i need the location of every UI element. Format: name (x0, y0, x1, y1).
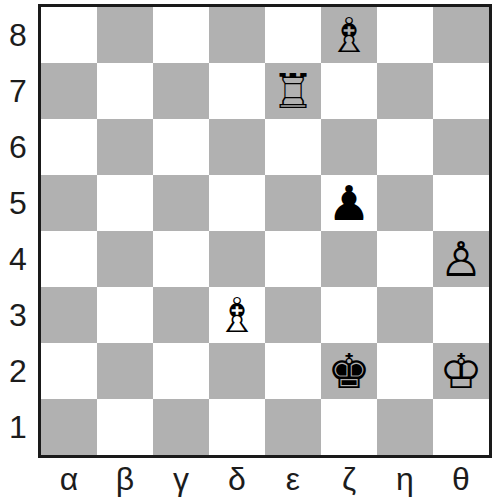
piece-white-pawn: ♙ (439, 231, 482, 287)
square-ζ7[interactable] (321, 63, 377, 119)
square-ε7[interactable]: ♖ (265, 63, 321, 119)
square-ε1[interactable] (265, 399, 321, 455)
square-η4[interactable] (377, 231, 433, 287)
square-β2[interactable] (97, 343, 153, 399)
square-η8[interactable] (377, 7, 433, 63)
square-γ6[interactable] (153, 119, 209, 175)
file-label-η: η (377, 460, 433, 498)
square-δ6[interactable] (209, 119, 265, 175)
square-γ7[interactable] (153, 63, 209, 119)
square-β3[interactable] (97, 287, 153, 343)
square-θ8[interactable] (433, 7, 489, 63)
square-ε6[interactable] (265, 119, 321, 175)
piece-black-pawn: ♟ (327, 175, 370, 231)
square-δ3[interactable]: ♗ (209, 287, 265, 343)
square-η6[interactable] (377, 119, 433, 175)
rank-label-2: 2 (0, 343, 36, 399)
square-δ4[interactable] (209, 231, 265, 287)
square-θ1[interactable] (433, 399, 489, 455)
square-α2[interactable] (41, 343, 97, 399)
square-α6[interactable] (41, 119, 97, 175)
file-label-δ: δ (209, 460, 265, 498)
square-δ7[interactable] (209, 63, 265, 119)
piece-white-bishop: ♗ (327, 7, 370, 63)
piece-white-rook: ♖ (271, 63, 314, 119)
square-β4[interactable] (97, 231, 153, 287)
square-ζ2[interactable]: ♚ (321, 343, 377, 399)
square-β7[interactable] (97, 63, 153, 119)
square-η7[interactable] (377, 63, 433, 119)
piece-black-king: ♚ (327, 343, 370, 399)
file-label-θ: θ (433, 460, 489, 498)
rank-label-1: 1 (0, 399, 36, 455)
file-label-ζ: ζ (321, 460, 377, 498)
square-η3[interactable] (377, 287, 433, 343)
square-γ8[interactable] (153, 7, 209, 63)
square-δ1[interactable] (209, 399, 265, 455)
square-γ1[interactable] (153, 399, 209, 455)
file-labels: αβγδεζηθ (41, 460, 489, 498)
square-γ4[interactable] (153, 231, 209, 287)
square-ζ8[interactable]: ♗ (321, 7, 377, 63)
square-η2[interactable] (377, 343, 433, 399)
square-θ5[interactable] (433, 175, 489, 231)
file-label-ε: ε (265, 460, 321, 498)
file-label-α: α (41, 460, 97, 498)
square-ζ6[interactable] (321, 119, 377, 175)
chess-board: ♗♖♟♙♗♚♔ (38, 4, 492, 458)
square-α5[interactable] (41, 175, 97, 231)
square-γ3[interactable] (153, 287, 209, 343)
square-α4[interactable] (41, 231, 97, 287)
square-θ6[interactable] (433, 119, 489, 175)
square-η5[interactable] (377, 175, 433, 231)
square-α1[interactable] (41, 399, 97, 455)
square-θ3[interactable] (433, 287, 489, 343)
square-β6[interactable] (97, 119, 153, 175)
file-label-β: β (97, 460, 153, 498)
rank-label-3: 3 (0, 287, 36, 343)
square-ε3[interactable] (265, 287, 321, 343)
square-α7[interactable] (41, 63, 97, 119)
file-label-γ: γ (153, 460, 209, 498)
rank-label-5: 5 (0, 175, 36, 231)
square-β1[interactable] (97, 399, 153, 455)
square-ζ1[interactable] (321, 399, 377, 455)
square-η1[interactable] (377, 399, 433, 455)
square-γ5[interactable] (153, 175, 209, 231)
rank-label-7: 7 (0, 63, 36, 119)
square-δ2[interactable] (209, 343, 265, 399)
chess-diagram: 87654321 ♗♖♟♙♗♚♔ αβγδεζηθ (0, 0, 500, 500)
square-ζ3[interactable] (321, 287, 377, 343)
square-θ7[interactable] (433, 63, 489, 119)
piece-white-king: ♔ (439, 343, 482, 399)
square-ε2[interactable] (265, 343, 321, 399)
square-β5[interactable] (97, 175, 153, 231)
square-γ2[interactable] (153, 343, 209, 399)
square-δ5[interactable] (209, 175, 265, 231)
square-ε8[interactable] (265, 7, 321, 63)
square-ζ4[interactable] (321, 231, 377, 287)
square-ε4[interactable] (265, 231, 321, 287)
square-β8[interactable] (97, 7, 153, 63)
square-ζ5[interactable]: ♟ (321, 175, 377, 231)
rank-labels: 87654321 (0, 7, 36, 455)
square-α3[interactable] (41, 287, 97, 343)
rank-label-6: 6 (0, 119, 36, 175)
square-α8[interactable] (41, 7, 97, 63)
piece-white-bishop: ♗ (215, 287, 258, 343)
square-θ4[interactable]: ♙ (433, 231, 489, 287)
square-ε5[interactable] (265, 175, 321, 231)
square-θ2[interactable]: ♔ (433, 343, 489, 399)
rank-label-8: 8 (0, 7, 36, 63)
square-δ8[interactable] (209, 7, 265, 63)
rank-label-4: 4 (0, 231, 36, 287)
